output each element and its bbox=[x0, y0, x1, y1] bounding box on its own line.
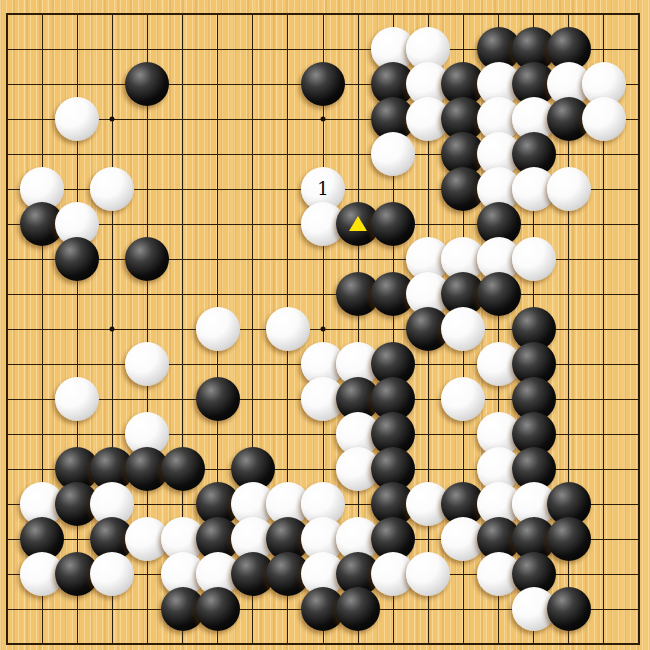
star-point bbox=[110, 117, 115, 122]
black-stone bbox=[55, 237, 99, 281]
triangle-marker bbox=[349, 216, 367, 231]
white-stone bbox=[441, 307, 485, 351]
white-stone bbox=[196, 307, 240, 351]
star-point bbox=[110, 327, 115, 332]
white-stone bbox=[55, 377, 99, 421]
screenshot-canvas: 1 bbox=[0, 0, 650, 650]
black-stone bbox=[371, 202, 415, 246]
black-stone bbox=[477, 272, 521, 316]
white-stone bbox=[55, 97, 99, 141]
white-stone bbox=[125, 342, 169, 386]
black-stone bbox=[301, 62, 345, 106]
go-board[interactable]: 1 bbox=[0, 0, 650, 650]
white-stone bbox=[266, 307, 310, 351]
board-grid-line-vertical bbox=[638, 13, 640, 645]
white-stone bbox=[441, 377, 485, 421]
white-stone bbox=[406, 552, 450, 596]
star-point bbox=[321, 117, 326, 122]
black-stone bbox=[125, 62, 169, 106]
white-stone bbox=[582, 97, 626, 141]
board-grid-line-horizontal bbox=[6, 643, 640, 645]
white-stone bbox=[371, 132, 415, 176]
black-stone bbox=[161, 447, 205, 491]
white-stone bbox=[90, 167, 134, 211]
white-stone bbox=[90, 552, 134, 596]
black-stone bbox=[196, 377, 240, 421]
black-stone bbox=[547, 517, 591, 561]
star-point bbox=[321, 327, 326, 332]
black-stone bbox=[125, 237, 169, 281]
black-stone bbox=[196, 587, 240, 631]
white-stone bbox=[512, 237, 556, 281]
white-stone bbox=[547, 167, 591, 211]
move-number-label: 1 bbox=[317, 180, 328, 198]
black-stone bbox=[547, 587, 591, 631]
black-stone bbox=[336, 587, 380, 631]
